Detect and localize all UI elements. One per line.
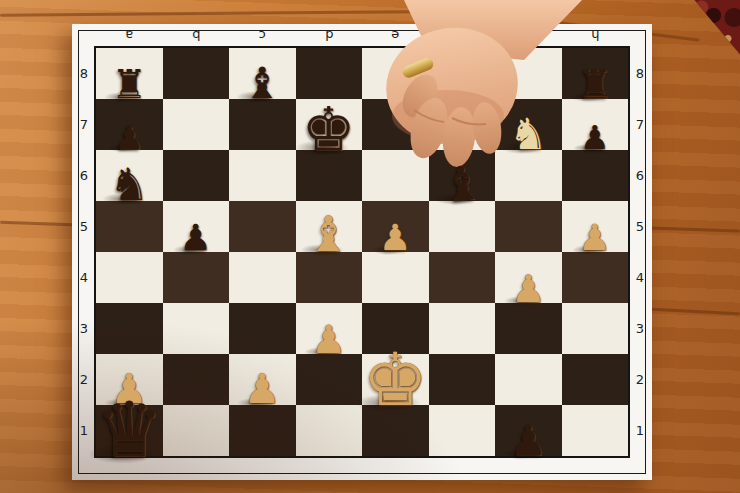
square-b8 [163,48,230,99]
square-b6 [163,150,230,201]
square-c8 [229,48,296,99]
square-h3 [562,303,629,354]
rank-label-right-5: 5 [628,201,652,252]
square-f6 [429,150,496,201]
rank-label-right-7: 7 [628,99,652,150]
file-label-top-b: b [163,24,230,48]
rank-label-right-1: 1 [628,405,652,456]
square-c5 [229,201,296,252]
square-e8 [362,48,429,99]
square-g3 [495,303,562,354]
square-e2 [362,354,429,405]
square-d8 [296,48,363,99]
rank-label-left-6: 6 [72,150,96,201]
file-labels-bottom-cut-off [96,456,628,480]
square-d5 [296,201,363,252]
square-a1 [96,405,163,456]
square-f1 [429,405,496,456]
square-f7 [429,99,496,150]
square-d4 [296,252,363,303]
square-b4 [163,252,230,303]
table-edge-line-left [0,10,418,17]
square-e4 [362,252,429,303]
square-d1 [296,405,363,456]
file-label-top-f: f [429,24,496,48]
square-f4 [429,252,496,303]
square-a2 [96,354,163,405]
square-b3 [163,303,230,354]
square-c6 [229,150,296,201]
square-e5 [362,201,429,252]
square-f8 [429,48,496,99]
square-e6 [362,150,429,201]
square-a7 [96,99,163,150]
square-c1 [229,405,296,456]
square-e7 [362,99,429,150]
square-h1 [562,405,629,456]
rank-label-right-4: 4 [628,252,652,303]
rank-label-left-7: 7 [72,99,96,150]
rank-label-right-3: 3 [628,303,652,354]
file-label-top-c: c [229,24,296,48]
rank-label-right-2: 2 [628,354,652,405]
square-g6 [495,150,562,201]
file-label-top-a: a [96,24,163,48]
rank-labels-right: 87654321 [628,48,652,456]
square-h5 [562,201,629,252]
square-b5 [163,201,230,252]
rank-label-left-1: 1 [72,405,96,456]
file-label-top-e: e [362,24,429,48]
rank-label-left-2: 2 [72,354,96,405]
plank-seam-right-1 [648,226,740,232]
rank-label-right-6: 6 [628,150,652,201]
rank-label-left-4: 4 [72,252,96,303]
square-e3 [362,303,429,354]
square-c4 [229,252,296,303]
square-d3 [296,303,363,354]
square-a8 [96,48,163,99]
file-label-top-h: h [562,24,629,48]
square-g8 [495,48,562,99]
square-d7 [296,99,363,150]
square-g4 [495,252,562,303]
square-d2 [296,354,363,405]
square-h2 [562,354,629,405]
plank-seam-left [0,221,74,227]
rank-label-left-3: 3 [72,303,96,354]
square-g7 [495,99,562,150]
square-c2 [229,354,296,405]
square-f2 [429,354,496,405]
file-label-top-g: g [495,24,562,48]
chess-board: 87654321 87654321 abcdefgh ♜♝♜♟♚♞♟♞♝♟♝♟♟… [72,24,652,480]
square-g5 [495,201,562,252]
square-b7 [163,99,230,150]
square-a6 [96,150,163,201]
square-g1 [495,405,562,456]
board-squares [96,48,628,456]
square-e1 [362,405,429,456]
square-a5 [96,201,163,252]
file-label-top-d: d [296,24,363,48]
square-f5 [429,201,496,252]
photo-stage: 87654321 87654321 abcdefgh ♜♝♜♟♚♞♟♞♝♟♝♟♟… [0,0,740,493]
square-a3 [96,303,163,354]
plank-seam-right-2 [650,308,740,316]
square-d6 [296,150,363,201]
rank-label-right-8: 8 [628,48,652,99]
square-h8 [562,48,629,99]
square-b1 [163,405,230,456]
file-labels-top: abcdefgh [96,24,628,48]
square-h7 [562,99,629,150]
square-c3 [229,303,296,354]
square-g2 [495,354,562,405]
square-a4 [96,252,163,303]
rank-label-left-5: 5 [72,201,96,252]
square-c7 [229,99,296,150]
rank-label-left-8: 8 [72,48,96,99]
square-h6 [562,150,629,201]
rank-labels-left: 87654321 [72,48,96,456]
square-b2 [163,354,230,405]
square-h4 [562,252,629,303]
square-f3 [429,303,496,354]
